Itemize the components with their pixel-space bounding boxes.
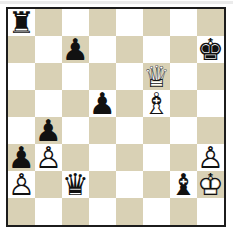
square-a6[interactable] bbox=[8, 63, 35, 90]
square-c1[interactable] bbox=[62, 198, 89, 225]
piece-white-pawn: ♟♙ bbox=[35, 144, 62, 171]
square-b3[interactable]: ♟♙ bbox=[35, 144, 62, 171]
piece-white-bishop: ♝♗ bbox=[143, 90, 170, 117]
square-g1[interactable] bbox=[170, 198, 197, 225]
square-e4[interactable] bbox=[116, 117, 143, 144]
square-g4[interactable] bbox=[170, 117, 197, 144]
square-a1[interactable] bbox=[8, 198, 35, 225]
square-g2[interactable]: ♝ bbox=[170, 171, 197, 198]
square-f8[interactable] bbox=[143, 9, 170, 36]
square-b7[interactable] bbox=[35, 36, 62, 63]
square-b6[interactable] bbox=[35, 63, 62, 90]
square-h7[interactable]: ♚ bbox=[197, 36, 224, 63]
square-d7[interactable] bbox=[89, 36, 116, 63]
square-g6[interactable] bbox=[170, 63, 197, 90]
square-e5[interactable] bbox=[116, 90, 143, 117]
piece-black-pawn: ♟ bbox=[62, 36, 89, 63]
square-f2[interactable] bbox=[143, 171, 170, 198]
square-e2[interactable] bbox=[116, 171, 143, 198]
square-h5[interactable] bbox=[197, 90, 224, 117]
piece-white-king: ♚♔ bbox=[197, 171, 224, 198]
square-d1[interactable] bbox=[89, 198, 116, 225]
square-d2[interactable] bbox=[89, 171, 116, 198]
piece-black-king: ♚ bbox=[197, 36, 224, 63]
square-e3[interactable] bbox=[116, 144, 143, 171]
chess-board-frame: ♜♟♚♛♕♟♝♗♟♟♟♙♟♙♟♙♛♝♚♔ bbox=[6, 7, 226, 227]
square-f5[interactable]: ♝♗ bbox=[143, 90, 170, 117]
square-e8[interactable] bbox=[116, 9, 143, 36]
square-f4[interactable] bbox=[143, 117, 170, 144]
piece-black-rook: ♜ bbox=[8, 9, 35, 36]
piece-black-pawn: ♟ bbox=[89, 90, 116, 117]
square-c5[interactable] bbox=[62, 90, 89, 117]
page-top-divider bbox=[0, 1, 233, 4]
square-g8[interactable] bbox=[170, 9, 197, 36]
square-f1[interactable] bbox=[143, 198, 170, 225]
square-e1[interactable] bbox=[116, 198, 143, 225]
square-h6[interactable] bbox=[197, 63, 224, 90]
square-b8[interactable] bbox=[35, 9, 62, 36]
square-b2[interactable] bbox=[35, 171, 62, 198]
square-d5[interactable]: ♟ bbox=[89, 90, 116, 117]
square-c7[interactable]: ♟ bbox=[62, 36, 89, 63]
square-d3[interactable] bbox=[89, 144, 116, 171]
chess-board: ♜♟♚♛♕♟♝♗♟♟♟♙♟♙♟♙♛♝♚♔ bbox=[8, 9, 224, 225]
chess-diagram: ♜♟♚♛♕♟♝♗♟♟♟♙♟♙♟♙♛♝♚♔ bbox=[0, 0, 233, 237]
square-c4[interactable] bbox=[62, 117, 89, 144]
square-f3[interactable] bbox=[143, 144, 170, 171]
square-a7[interactable] bbox=[8, 36, 35, 63]
piece-white-pawn: ♟♙ bbox=[8, 171, 35, 198]
square-d4[interactable] bbox=[89, 117, 116, 144]
square-a2[interactable]: ♟♙ bbox=[8, 171, 35, 198]
square-a8[interactable]: ♜ bbox=[8, 9, 35, 36]
square-g5[interactable] bbox=[170, 90, 197, 117]
square-g7[interactable] bbox=[170, 36, 197, 63]
square-d8[interactable] bbox=[89, 9, 116, 36]
square-c6[interactable] bbox=[62, 63, 89, 90]
piece-black-queen: ♛ bbox=[62, 171, 89, 198]
square-a5[interactable] bbox=[8, 90, 35, 117]
square-e7[interactable] bbox=[116, 36, 143, 63]
piece-black-bishop: ♝ bbox=[170, 171, 197, 198]
square-c2[interactable]: ♛ bbox=[62, 171, 89, 198]
square-e6[interactable] bbox=[116, 63, 143, 90]
square-h1[interactable] bbox=[197, 198, 224, 225]
square-b1[interactable] bbox=[35, 198, 62, 225]
square-h2[interactable]: ♚♔ bbox=[197, 171, 224, 198]
